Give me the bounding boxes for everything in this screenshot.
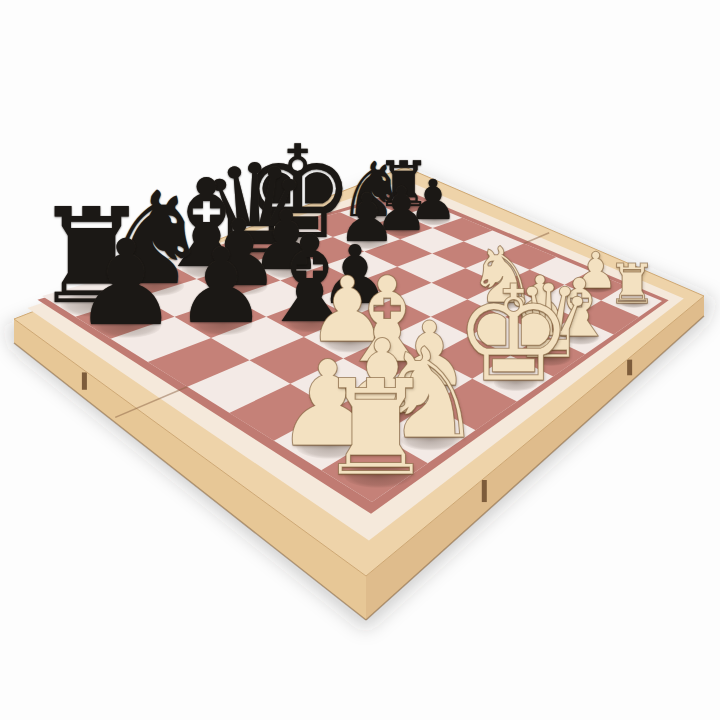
hinge-notch: [482, 480, 487, 502]
piece-black-pawn-b6[interactable]: ♟: [175, 235, 268, 339]
chess-set-scene: ♜♞♟♟♚♟♛♝♟♞♟♟♜♞♟♜♟♝♟♟♝♟♛♝♚♟♟♞♟♜: [0, 0, 720, 720]
hinge-notch: [627, 360, 632, 376]
hinge-notch: [82, 372, 87, 389]
piece-white-rook-a1[interactable]: ♜: [317, 361, 435, 493]
piece-black-pawn-a7[interactable]: ♟: [73, 224, 179, 342]
